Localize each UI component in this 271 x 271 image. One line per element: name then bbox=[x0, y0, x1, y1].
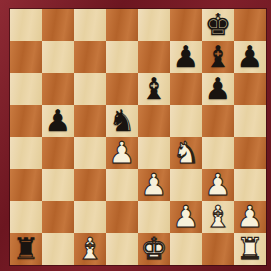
square-d3[interactable] bbox=[106, 169, 138, 201]
piece-black-pawn[interactable]: ♟ bbox=[170, 41, 202, 73]
piece-black-pawn[interactable]: ♟ bbox=[42, 105, 74, 137]
square-e6[interactable]: ♝ bbox=[138, 73, 170, 105]
square-a4[interactable] bbox=[10, 137, 42, 169]
square-d8[interactable] bbox=[106, 9, 138, 41]
square-h2[interactable]: ♟ bbox=[234, 201, 266, 233]
square-f6[interactable] bbox=[170, 73, 202, 105]
square-d1[interactable] bbox=[106, 233, 138, 265]
square-b7[interactable] bbox=[42, 41, 74, 73]
piece-white-pawn[interactable]: ♟ bbox=[138, 169, 170, 201]
square-f4[interactable]: ♞ bbox=[170, 137, 202, 169]
chess-diagram: ♚♟♝♟♝♟♟♞♟♞♟♟♟♝♟♜♝♚♜ bbox=[0, 0, 271, 271]
square-c8[interactable] bbox=[74, 9, 106, 41]
square-g4[interactable] bbox=[202, 137, 234, 169]
square-g6[interactable]: ♟ bbox=[202, 73, 234, 105]
square-d5[interactable]: ♞ bbox=[106, 105, 138, 137]
piece-white-rook[interactable]: ♜ bbox=[234, 233, 266, 265]
square-c3[interactable] bbox=[74, 169, 106, 201]
square-f3[interactable] bbox=[170, 169, 202, 201]
square-g3[interactable]: ♟ bbox=[202, 169, 234, 201]
square-c7[interactable] bbox=[74, 41, 106, 73]
piece-white-bishop[interactable]: ♝ bbox=[202, 201, 234, 233]
piece-white-knight[interactable]: ♞ bbox=[170, 137, 202, 169]
square-e4[interactable] bbox=[138, 137, 170, 169]
piece-black-bishop[interactable]: ♝ bbox=[138, 73, 170, 105]
square-h7[interactable]: ♟ bbox=[234, 41, 266, 73]
square-e1[interactable]: ♚ bbox=[138, 233, 170, 265]
piece-white-bishop[interactable]: ♝ bbox=[74, 233, 106, 265]
square-h8[interactable] bbox=[234, 9, 266, 41]
square-b2[interactable] bbox=[42, 201, 74, 233]
square-f8[interactable] bbox=[170, 9, 202, 41]
square-e8[interactable] bbox=[138, 9, 170, 41]
square-b5[interactable]: ♟ bbox=[42, 105, 74, 137]
square-a3[interactable] bbox=[10, 169, 42, 201]
square-a5[interactable] bbox=[10, 105, 42, 137]
square-a2[interactable] bbox=[10, 201, 42, 233]
square-h3[interactable] bbox=[234, 169, 266, 201]
square-f5[interactable] bbox=[170, 105, 202, 137]
square-c5[interactable] bbox=[74, 105, 106, 137]
square-d4[interactable]: ♟ bbox=[106, 137, 138, 169]
piece-white-pawn[interactable]: ♟ bbox=[170, 201, 202, 233]
square-e5[interactable] bbox=[138, 105, 170, 137]
piece-white-king[interactable]: ♚ bbox=[138, 233, 170, 265]
square-b4[interactable] bbox=[42, 137, 74, 169]
square-a7[interactable] bbox=[10, 41, 42, 73]
square-h1[interactable]: ♜ bbox=[234, 233, 266, 265]
square-e2[interactable] bbox=[138, 201, 170, 233]
square-g5[interactable] bbox=[202, 105, 234, 137]
piece-black-king[interactable]: ♚ bbox=[202, 9, 234, 41]
square-g1[interactable] bbox=[202, 233, 234, 265]
square-f7[interactable]: ♟ bbox=[170, 41, 202, 73]
square-d2[interactable] bbox=[106, 201, 138, 233]
piece-white-pawn[interactable]: ♟ bbox=[234, 201, 266, 233]
piece-black-bishop[interactable]: ♝ bbox=[202, 41, 234, 73]
square-e7[interactable] bbox=[138, 41, 170, 73]
square-a1[interactable]: ♜ bbox=[10, 233, 42, 265]
square-a8[interactable] bbox=[10, 9, 42, 41]
square-c4[interactable] bbox=[74, 137, 106, 169]
square-f2[interactable]: ♟ bbox=[170, 201, 202, 233]
piece-black-knight[interactable]: ♞ bbox=[106, 105, 138, 137]
square-c6[interactable] bbox=[74, 73, 106, 105]
square-d6[interactable] bbox=[106, 73, 138, 105]
piece-black-rook[interactable]: ♜ bbox=[10, 233, 42, 265]
square-d7[interactable] bbox=[106, 41, 138, 73]
piece-white-pawn[interactable]: ♟ bbox=[202, 169, 234, 201]
square-g7[interactable]: ♝ bbox=[202, 41, 234, 73]
chess-board: ♚♟♝♟♝♟♟♞♟♞♟♟♟♝♟♜♝♚♜ bbox=[10, 9, 266, 265]
square-c2[interactable] bbox=[74, 201, 106, 233]
square-f1[interactable] bbox=[170, 233, 202, 265]
piece-black-pawn[interactable]: ♟ bbox=[234, 41, 266, 73]
square-g2[interactable]: ♝ bbox=[202, 201, 234, 233]
square-c1[interactable]: ♝ bbox=[74, 233, 106, 265]
piece-white-pawn[interactable]: ♟ bbox=[106, 137, 138, 169]
square-h6[interactable] bbox=[234, 73, 266, 105]
square-b1[interactable] bbox=[42, 233, 74, 265]
piece-black-pawn[interactable]: ♟ bbox=[202, 73, 234, 105]
square-b6[interactable] bbox=[42, 73, 74, 105]
square-g8[interactable]: ♚ bbox=[202, 9, 234, 41]
square-b8[interactable] bbox=[42, 9, 74, 41]
square-e3[interactable]: ♟ bbox=[138, 169, 170, 201]
square-h5[interactable] bbox=[234, 105, 266, 137]
square-h4[interactable] bbox=[234, 137, 266, 169]
square-a6[interactable] bbox=[10, 73, 42, 105]
square-b3[interactable] bbox=[42, 169, 74, 201]
